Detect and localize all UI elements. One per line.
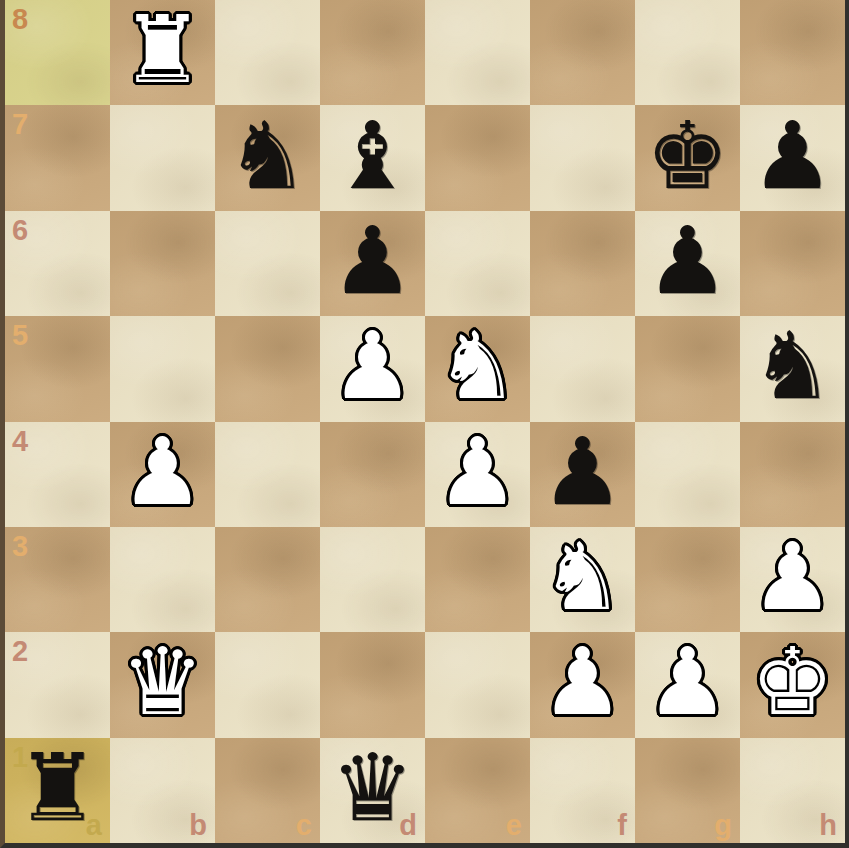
square-a7[interactable]: 7 [5, 105, 110, 210]
square-f3[interactable]: ♞ [530, 527, 635, 632]
square-d5[interactable]: ♟ [320, 316, 425, 421]
square-a5[interactable]: 5 [5, 316, 110, 421]
square-d1[interactable]: d♛ [320, 738, 425, 843]
white-knight[interactable]: ♞ [436, 320, 519, 413]
square-d4[interactable] [320, 422, 425, 527]
square-a2[interactable]: 2 [5, 632, 110, 737]
white-pawn[interactable]: ♟ [121, 426, 204, 519]
rank-label-7: 7 [12, 108, 28, 141]
square-a1[interactable]: 1a♜ [5, 738, 110, 843]
square-g4[interactable] [635, 422, 740, 527]
square-a4[interactable]: 4 [5, 422, 110, 527]
square-f1[interactable]: f [530, 738, 635, 843]
square-h8[interactable] [740, 0, 845, 105]
square-b1[interactable]: b [110, 738, 215, 843]
square-g6[interactable]: ♟ [635, 211, 740, 316]
rank-label-2: 2 [12, 635, 28, 668]
white-rook[interactable]: ♜ [121, 4, 204, 97]
black-pawn[interactable]: ♟ [541, 426, 624, 519]
square-f2[interactable]: ♟ [530, 632, 635, 737]
square-h2[interactable]: ♚ [740, 632, 845, 737]
square-c3[interactable] [215, 527, 320, 632]
file-label-g: g [714, 809, 732, 842]
square-a8[interactable]: 8 [5, 0, 110, 105]
square-d8[interactable] [320, 0, 425, 105]
square-g7[interactable]: ♚ [635, 105, 740, 210]
square-g5[interactable] [635, 316, 740, 421]
square-c6[interactable] [215, 211, 320, 316]
square-f7[interactable] [530, 105, 635, 210]
square-a6[interactable]: 6 [5, 211, 110, 316]
black-king[interactable]: ♚ [646, 110, 729, 203]
square-g8[interactable] [635, 0, 740, 105]
square-h7[interactable]: ♟ [740, 105, 845, 210]
square-c2[interactable] [215, 632, 320, 737]
square-e3[interactable] [425, 527, 530, 632]
square-f8[interactable] [530, 0, 635, 105]
square-g2[interactable]: ♟ [635, 632, 740, 737]
square-b4[interactable]: ♟ [110, 422, 215, 527]
square-d6[interactable]: ♟ [320, 211, 425, 316]
square-b3[interactable] [110, 527, 215, 632]
white-pawn[interactable]: ♟ [331, 320, 414, 413]
square-e4[interactable]: ♟ [425, 422, 530, 527]
white-pawn[interactable]: ♟ [541, 636, 624, 729]
square-d7[interactable]: ♝ [320, 105, 425, 210]
white-pawn[interactable]: ♟ [646, 636, 729, 729]
square-e8[interactable] [425, 0, 530, 105]
file-label-c: c [296, 809, 312, 842]
file-label-h: h [819, 809, 837, 842]
chess-board: 8♜7♞♝♚♟6♟♟5♟♞♞4♟♟♟3♞♟2♛♟♟♚1a♜bcd♛efgh [5, 0, 845, 843]
rank-label-3: 3 [12, 530, 28, 563]
square-h1[interactable]: h [740, 738, 845, 843]
square-d2[interactable] [320, 632, 425, 737]
square-e7[interactable] [425, 105, 530, 210]
square-h4[interactable] [740, 422, 845, 527]
square-h6[interactable] [740, 211, 845, 316]
square-b5[interactable] [110, 316, 215, 421]
black-bishop[interactable]: ♝ [331, 110, 414, 203]
white-king[interactable]: ♚ [751, 636, 834, 729]
black-knight[interactable]: ♞ [226, 110, 309, 203]
square-f4[interactable]: ♟ [530, 422, 635, 527]
chess-board-frame: 8♜7♞♝♚♟6♟♟5♟♞♞4♟♟♟3♞♟2♛♟♟♚1a♜bcd♛efgh [0, 0, 849, 848]
black-pawn[interactable]: ♟ [331, 215, 414, 308]
square-b6[interactable] [110, 211, 215, 316]
black-pawn[interactable]: ♟ [646, 215, 729, 308]
square-c4[interactable] [215, 422, 320, 527]
rank-label-4: 4 [12, 425, 28, 458]
square-e5[interactable]: ♞ [425, 316, 530, 421]
square-e6[interactable] [425, 211, 530, 316]
black-pawn[interactable]: ♟ [751, 110, 834, 203]
square-g3[interactable] [635, 527, 740, 632]
square-e1[interactable]: e [425, 738, 530, 843]
black-knight[interactable]: ♞ [751, 320, 834, 413]
square-d3[interactable] [320, 527, 425, 632]
black-rook[interactable]: ♜ [16, 742, 99, 835]
black-queen[interactable]: ♛ [331, 742, 414, 835]
file-label-f: f [617, 809, 627, 842]
file-label-e: e [506, 809, 522, 842]
rank-label-8: 8 [12, 3, 28, 36]
rank-label-5: 5 [12, 319, 28, 352]
square-b7[interactable] [110, 105, 215, 210]
square-b8[interactable]: ♜ [110, 0, 215, 105]
square-a3[interactable]: 3 [5, 527, 110, 632]
square-f5[interactable] [530, 316, 635, 421]
square-c8[interactable] [215, 0, 320, 105]
square-f6[interactable] [530, 211, 635, 316]
square-b2[interactable]: ♛ [110, 632, 215, 737]
rank-label-6: 6 [12, 214, 28, 247]
white-knight[interactable]: ♞ [541, 531, 624, 624]
file-label-b: b [189, 809, 207, 842]
square-c1[interactable]: c [215, 738, 320, 843]
white-pawn[interactable]: ♟ [436, 426, 519, 519]
square-g1[interactable]: g [635, 738, 740, 843]
square-h3[interactable]: ♟ [740, 527, 845, 632]
white-pawn[interactable]: ♟ [751, 531, 834, 624]
square-h5[interactable]: ♞ [740, 316, 845, 421]
square-e2[interactable] [425, 632, 530, 737]
square-c7[interactable]: ♞ [215, 105, 320, 210]
square-c5[interactable] [215, 316, 320, 421]
white-queen[interactable]: ♛ [121, 636, 204, 729]
